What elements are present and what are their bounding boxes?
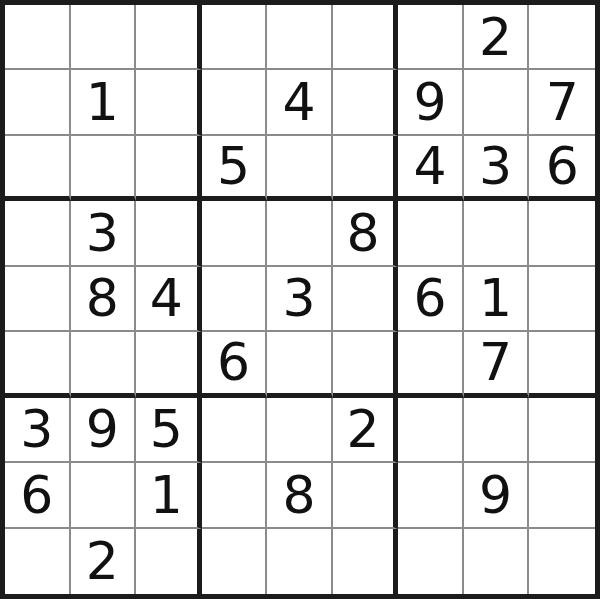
cell-r5c7[interactable]: 6: [398, 267, 464, 332]
cell-r4c3[interactable]: [136, 201, 202, 266]
cell-r7c5[interactable]: [267, 398, 333, 463]
cell-r8c5[interactable]: 8: [267, 463, 333, 528]
cell-r1c1[interactable]: [5, 5, 71, 70]
cell-r7c1[interactable]: 3: [5, 398, 71, 463]
cell-r4c5[interactable]: [267, 201, 333, 266]
cell-r9c3[interactable]: [136, 529, 202, 594]
cell-r8c9[interactable]: [529, 463, 595, 528]
cell-r6c2[interactable]: [71, 332, 137, 397]
cell-r1c4[interactable]: [202, 5, 268, 70]
cell-r8c6[interactable]: [333, 463, 399, 528]
cell-r4c4[interactable]: [202, 201, 268, 266]
cell-r6c1[interactable]: [5, 332, 71, 397]
cell-r1c2[interactable]: [71, 5, 137, 70]
cell-r7c7[interactable]: [398, 398, 464, 463]
cell-r9c7[interactable]: [398, 529, 464, 594]
cell-r9c9[interactable]: [529, 529, 595, 594]
cell-r3c4[interactable]: 5: [202, 136, 268, 201]
cell-r5c5[interactable]: 3: [267, 267, 333, 332]
cell-r5c2[interactable]: 8: [71, 267, 137, 332]
cell-r1c6[interactable]: [333, 5, 399, 70]
cell-r5c3[interactable]: 4: [136, 267, 202, 332]
cell-r8c1[interactable]: 6: [5, 463, 71, 528]
cell-r6c8[interactable]: 7: [464, 332, 530, 397]
cell-r4c2[interactable]: 3: [71, 201, 137, 266]
cell-r3c2[interactable]: [71, 136, 137, 201]
cell-r7c6[interactable]: 2: [333, 398, 399, 463]
cell-r2c1[interactable]: [5, 70, 71, 135]
cell-r6c9[interactable]: [529, 332, 595, 397]
cell-r1c8[interactable]: 2: [464, 5, 530, 70]
cell-r9c6[interactable]: [333, 529, 399, 594]
cell-r4c7[interactable]: [398, 201, 464, 266]
cell-r8c7[interactable]: [398, 463, 464, 528]
cell-r4c9[interactable]: [529, 201, 595, 266]
cell-r2c3[interactable]: [136, 70, 202, 135]
cell-r9c8[interactable]: [464, 529, 530, 594]
cell-r5c9[interactable]: [529, 267, 595, 332]
cell-r2c8[interactable]: [464, 70, 530, 135]
cell-r8c2[interactable]: [71, 463, 137, 528]
cell-r2c5[interactable]: 4: [267, 70, 333, 135]
cell-r3c3[interactable]: [136, 136, 202, 201]
cell-r7c9[interactable]: [529, 398, 595, 463]
cell-r9c5[interactable]: [267, 529, 333, 594]
cell-r3c1[interactable]: [5, 136, 71, 201]
cell-r3c9[interactable]: 6: [529, 136, 595, 201]
cell-r3c6[interactable]: [333, 136, 399, 201]
cell-r7c4[interactable]: [202, 398, 268, 463]
cell-r6c3[interactable]: [136, 332, 202, 397]
cell-r3c8[interactable]: 3: [464, 136, 530, 201]
cell-r6c6[interactable]: [333, 332, 399, 397]
cell-r5c1[interactable]: [5, 267, 71, 332]
cell-r1c5[interactable]: [267, 5, 333, 70]
cell-r1c3[interactable]: [136, 5, 202, 70]
cell-r7c2[interactable]: 9: [71, 398, 137, 463]
cell-r5c8[interactable]: 1: [464, 267, 530, 332]
sudoku-board: 214975436388436167395261892: [0, 0, 600, 599]
cell-r9c2[interactable]: 2: [71, 529, 137, 594]
cell-r1c7[interactable]: [398, 5, 464, 70]
cell-r1c9[interactable]: [529, 5, 595, 70]
cell-r8c4[interactable]: [202, 463, 268, 528]
cell-r2c2[interactable]: 1: [71, 70, 137, 135]
cell-r8c3[interactable]: 1: [136, 463, 202, 528]
cell-r2c9[interactable]: 7: [529, 70, 595, 135]
cell-r3c5[interactable]: [267, 136, 333, 201]
cell-r5c6[interactable]: [333, 267, 399, 332]
cell-r7c8[interactable]: [464, 398, 530, 463]
cell-r2c7[interactable]: 9: [398, 70, 464, 135]
cell-r6c4[interactable]: 6: [202, 332, 268, 397]
cell-r8c8[interactable]: 9: [464, 463, 530, 528]
cell-r5c4[interactable]: [202, 267, 268, 332]
cell-r4c8[interactable]: [464, 201, 530, 266]
cell-r6c5[interactable]: [267, 332, 333, 397]
cell-r7c3[interactable]: 5: [136, 398, 202, 463]
cell-r9c4[interactable]: [202, 529, 268, 594]
cell-r6c7[interactable]: [398, 332, 464, 397]
cell-r9c1[interactable]: [5, 529, 71, 594]
cell-r2c6[interactable]: [333, 70, 399, 135]
cell-r4c6[interactable]: 8: [333, 201, 399, 266]
cell-r3c7[interactable]: 4: [398, 136, 464, 201]
cell-r2c4[interactable]: [202, 70, 268, 135]
cell-r4c1[interactable]: [5, 201, 71, 266]
